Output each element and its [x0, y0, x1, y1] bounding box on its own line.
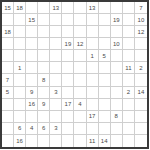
cell-r1c6[interactable]: [62, 2, 74, 14]
cell-r2c9[interactable]: [99, 14, 111, 26]
cell-r9c11[interactable]: [123, 99, 135, 111]
cell-r8c7[interactable]: [74, 87, 86, 99]
cell-r11c6[interactable]: [62, 123, 74, 135]
puzzle-board: 1518131371519101812191210151112785932141…: [0, 0, 149, 149]
cell-r3c10[interactable]: [111, 26, 123, 38]
cell-r10c1[interactable]: [2, 111, 14, 123]
cell-r8c3-clue[interactable]: 9: [26, 87, 38, 99]
cell-r11c1[interactable]: [2, 123, 14, 135]
cell-r3c3[interactable]: [26, 26, 38, 38]
cell-r9c5[interactable]: [50, 99, 62, 111]
cell-r4c4[interactable]: [38, 38, 50, 50]
cell-r11c9[interactable]: [99, 123, 111, 135]
cell-r11c4-clue[interactable]: 6: [38, 123, 50, 135]
cell-r7c8[interactable]: [87, 74, 99, 86]
cell-r5c11[interactable]: [123, 50, 135, 62]
cell-r10c3[interactable]: [26, 111, 38, 123]
cell-r9c8[interactable]: [87, 99, 99, 111]
cell-r7c9[interactable]: [99, 74, 111, 86]
cell-r10c10-clue[interactable]: 8: [111, 111, 123, 123]
cell-r12c2-clue[interactable]: 16: [14, 135, 26, 147]
cell-r4c8[interactable]: [87, 38, 99, 50]
cell-r11c10[interactable]: [111, 123, 123, 135]
cell-r2c12-clue[interactable]: 10: [135, 14, 147, 26]
cell-r6c1[interactable]: [2, 62, 14, 74]
cell-r12c12[interactable]: [135, 135, 147, 147]
cell-r3c6[interactable]: [62, 26, 74, 38]
cell-r3c4[interactable]: [38, 26, 50, 38]
cell-r4c2[interactable]: [14, 38, 26, 50]
cell-r1c8-clue[interactable]: 13: [87, 2, 99, 14]
cell-r6c9[interactable]: [99, 62, 111, 74]
cell-r6c8[interactable]: [87, 62, 99, 74]
cell-r4c6-clue[interactable]: 19: [62, 38, 74, 50]
cell-r11c2-clue[interactable]: 6: [14, 123, 26, 135]
cell-r5c5[interactable]: [50, 50, 62, 62]
puzzle-page: 1518131371519101812191210151112785932141…: [0, 0, 150, 150]
cell-r2c7[interactable]: [74, 14, 86, 26]
cell-r12c7[interactable]: [74, 135, 86, 147]
cell-r8c5-clue[interactable]: 3: [50, 87, 62, 99]
cell-r4c5[interactable]: [50, 38, 62, 50]
cell-r6c7[interactable]: [74, 62, 86, 74]
cell-r1c2-clue[interactable]: 18: [14, 2, 26, 14]
cell-r2c6[interactable]: [62, 14, 74, 26]
cell-r2c10-clue[interactable]: 19: [111, 14, 123, 26]
cell-r2c11[interactable]: [123, 14, 135, 26]
cell-r6c4[interactable]: [38, 62, 50, 74]
cell-r4c12[interactable]: [135, 38, 147, 50]
cell-r3c8[interactable]: [87, 26, 99, 38]
cell-r12c10[interactable]: [111, 135, 123, 147]
cell-r4c9[interactable]: [99, 38, 111, 50]
cell-r3c7[interactable]: [74, 26, 86, 38]
cell-r9c9[interactable]: [99, 99, 111, 111]
cell-r12c3[interactable]: [26, 135, 38, 147]
cell-r7c2[interactable]: [14, 74, 26, 86]
cell-r10c9[interactable]: [99, 111, 111, 123]
cell-r4c3[interactable]: [26, 38, 38, 50]
cell-r1c5-clue[interactable]: 13: [50, 2, 62, 14]
cell-r1c12-clue[interactable]: 7: [135, 2, 147, 14]
cell-r4c10-clue[interactable]: 10: [111, 38, 123, 50]
cell-r1c10[interactable]: [111, 2, 123, 14]
cell-r3c2[interactable]: [14, 26, 26, 38]
cell-r1c1-clue[interactable]: 15: [2, 2, 14, 14]
cell-r8c1-clue[interactable]: 5: [2, 87, 14, 99]
cell-r6c5[interactable]: [50, 62, 62, 74]
cell-r8c2[interactable]: [14, 87, 26, 99]
cell-r6c6[interactable]: [62, 62, 74, 74]
cell-r8c12-clue[interactable]: 14: [135, 87, 147, 99]
cell-r7c7[interactable]: [74, 74, 86, 86]
cell-r2c1[interactable]: [2, 14, 14, 26]
cell-r7c4-clue[interactable]: 8: [38, 74, 50, 86]
cell-r10c4[interactable]: [38, 111, 50, 123]
cell-r12c5[interactable]: [50, 135, 62, 147]
cell-r9c10[interactable]: [111, 99, 123, 111]
cell-r5c12[interactable]: [135, 50, 147, 62]
cell-r11c8[interactable]: [87, 123, 99, 135]
cell-r5c10[interactable]: [111, 50, 123, 62]
cell-r10c8-clue[interactable]: 17: [87, 111, 99, 123]
cell-r9c6-clue[interactable]: 17: [62, 99, 74, 111]
cell-r8c6[interactable]: [62, 87, 74, 99]
cell-r4c7-clue[interactable]: 12: [74, 38, 86, 50]
cell-r12c8-clue[interactable]: 11: [87, 135, 99, 147]
cell-r2c5[interactable]: [50, 14, 62, 26]
cell-r6c3[interactable]: [26, 62, 38, 74]
cell-r4c1[interactable]: [2, 38, 14, 50]
cell-r8c9[interactable]: [99, 87, 111, 99]
cell-r3c12-clue[interactable]: 12: [135, 26, 147, 38]
cell-r10c2[interactable]: [14, 111, 26, 123]
cell-r7c6[interactable]: [62, 74, 74, 86]
cell-r8c11-clue[interactable]: 2: [123, 87, 135, 99]
cell-r2c2[interactable]: [14, 14, 26, 26]
cell-r3c1-clue[interactable]: 18: [2, 26, 14, 38]
cell-r11c11[interactable]: [123, 123, 135, 135]
cell-r8c8[interactable]: [87, 87, 99, 99]
cell-r7c1-clue[interactable]: 7: [2, 74, 14, 86]
cell-r9c2[interactable]: [14, 99, 26, 111]
cell-r8c4[interactable]: [38, 87, 50, 99]
cell-r11c5-clue[interactable]: 3: [50, 123, 62, 135]
cell-r9c1[interactable]: [2, 99, 14, 111]
cell-r1c9[interactable]: [99, 2, 111, 14]
cell-r12c4[interactable]: [38, 135, 50, 147]
cell-r7c12[interactable]: [135, 74, 147, 86]
cell-r2c8[interactable]: [87, 14, 99, 26]
cell-r1c4[interactable]: [38, 2, 50, 14]
cell-r5c8-clue[interactable]: 1: [87, 50, 99, 62]
cell-r10c5[interactable]: [50, 111, 62, 123]
cell-r11c7[interactable]: [74, 123, 86, 135]
cell-r6c10[interactable]: [111, 62, 123, 74]
cell-r5c9-clue[interactable]: 5: [99, 50, 111, 62]
cell-r1c11[interactable]: [123, 2, 135, 14]
cell-r9c12[interactable]: [135, 99, 147, 111]
cell-r11c12[interactable]: [135, 123, 147, 135]
cell-r5c6[interactable]: [62, 50, 74, 62]
cell-r6c2-clue[interactable]: 1: [14, 62, 26, 74]
cell-r7c11[interactable]: [123, 74, 135, 86]
cell-r8c10[interactable]: [111, 87, 123, 99]
cell-r2c3-clue[interactable]: 15: [26, 14, 38, 26]
cell-r7c3[interactable]: [26, 74, 38, 86]
cell-r4c11[interactable]: [123, 38, 135, 50]
cell-r12c9-clue[interactable]: 14: [99, 135, 111, 147]
cell-r11c3-clue[interactable]: 4: [26, 123, 38, 135]
cell-r6c11-clue[interactable]: 11: [123, 62, 135, 74]
cell-r5c7[interactable]: [74, 50, 86, 62]
cell-r10c7[interactable]: [74, 111, 86, 123]
cell-r12c6[interactable]: [62, 135, 74, 147]
cell-r3c5[interactable]: [50, 26, 62, 38]
cell-r12c11[interactable]: [123, 135, 135, 147]
cell-r7c10[interactable]: [111, 74, 123, 86]
cell-r9c4-clue[interactable]: 9: [38, 99, 50, 111]
cell-r5c1[interactable]: [2, 50, 14, 62]
cell-r5c3[interactable]: [26, 50, 38, 62]
cell-r3c9[interactable]: [99, 26, 111, 38]
cell-r3c11[interactable]: [123, 26, 135, 38]
cell-r10c12[interactable]: [135, 111, 147, 123]
cell-r9c7-clue[interactable]: 4: [74, 99, 86, 111]
cell-r12c1[interactable]: [2, 135, 14, 147]
cell-r5c2[interactable]: [14, 50, 26, 62]
cell-r10c11[interactable]: [123, 111, 135, 123]
cell-r1c3[interactable]: [26, 2, 38, 14]
cell-r7c5[interactable]: [50, 74, 62, 86]
cell-r10c6[interactable]: [62, 111, 74, 123]
cell-r6c12-clue[interactable]: 2: [135, 62, 147, 74]
cell-r1c7[interactable]: [74, 2, 86, 14]
cell-r2c4[interactable]: [38, 14, 50, 26]
cell-r9c3-clue[interactable]: 16: [26, 99, 38, 111]
cell-r5c4[interactable]: [38, 50, 50, 62]
